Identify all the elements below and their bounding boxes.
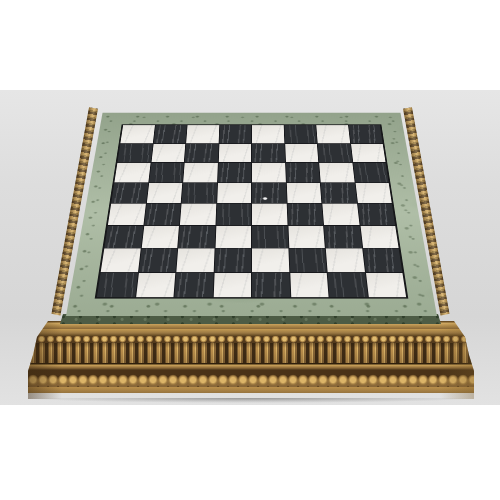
board-square: [355, 183, 392, 203]
board-square: [153, 125, 186, 143]
board-square: [216, 204, 251, 225]
board-square: [146, 183, 182, 203]
board-square: [326, 248, 365, 271]
giltwood-base: [28, 321, 474, 399]
board-square: [214, 248, 251, 271]
board-square: [218, 163, 252, 182]
board-square: [186, 125, 219, 143]
base-lappet-band: [28, 370, 474, 387]
board-square: [183, 163, 217, 182]
board-square: [252, 125, 284, 143]
board-square: [101, 248, 141, 271]
board-square: [97, 273, 138, 298]
base-upper-step: [28, 329, 474, 336]
board-square: [348, 125, 382, 143]
board-square: [288, 225, 325, 247]
photo-frame: [0, 0, 500, 500]
board-square: [185, 144, 218, 163]
board-square: [328, 273, 368, 298]
base-shadow: [26, 398, 476, 403]
board-square: [287, 204, 323, 225]
photo-backdrop: [0, 90, 500, 405]
board-square: [219, 125, 251, 143]
board-square: [284, 125, 317, 143]
board-square: [180, 204, 216, 225]
board-square: [318, 144, 352, 163]
base-left-corner-shade: [28, 321, 62, 399]
board-square: [215, 225, 251, 247]
board-square: [217, 183, 251, 203]
board-square: [319, 163, 354, 182]
board-square: [104, 225, 143, 247]
board-square: [290, 273, 329, 298]
board-square: [286, 163, 320, 182]
base-fluted-band: [28, 343, 474, 363]
board-square: [213, 273, 251, 298]
board-square: [353, 163, 389, 182]
board-square: [252, 183, 286, 203]
board-square: [149, 163, 184, 182]
chessboard-top: [66, 113, 437, 316]
board-square: [117, 144, 152, 163]
board-square: [324, 225, 362, 247]
board-square: [174, 273, 213, 298]
board-square: [351, 144, 386, 163]
board-square: [321, 183, 357, 203]
board-square: [176, 248, 214, 271]
board-square: [322, 204, 359, 225]
board-square: [252, 204, 287, 225]
board-square: [151, 144, 185, 163]
board-square: [363, 248, 403, 271]
board-square: [139, 248, 178, 271]
board-square: [252, 144, 285, 163]
base-right-corner-shade: [440, 321, 474, 399]
board-square: [286, 183, 321, 203]
board-square: [136, 273, 176, 298]
board-square: [144, 204, 181, 225]
board-square: [252, 225, 288, 247]
board-square: [358, 204, 396, 225]
board-square: [182, 183, 217, 203]
base-bead-row: [28, 336, 474, 343]
board-square: [252, 163, 286, 182]
base-mid-molding: [28, 363, 474, 370]
board-square: [360, 225, 399, 247]
board-square: [365, 273, 406, 298]
board-square: [120, 125, 154, 143]
checkerboard: [95, 124, 409, 298]
board-square: [218, 144, 251, 163]
board-square: [252, 273, 290, 298]
board-square: [141, 225, 179, 247]
board-square: [316, 125, 349, 143]
board-square: [108, 204, 146, 225]
board-square: [289, 248, 327, 271]
board-square: [285, 144, 318, 163]
board-square: [111, 183, 148, 203]
board-square: [114, 163, 150, 182]
board-square: [178, 225, 215, 247]
board-square: [252, 248, 289, 271]
